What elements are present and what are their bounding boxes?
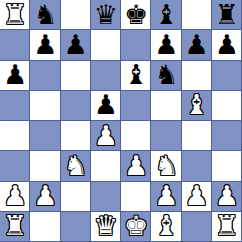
white-knight[interactable]: ♞ [64,152,88,179]
square-c8[interactable] [61,0,91,30]
white-pawn[interactable]: ♟ [154,182,178,209]
square-h2[interactable]: ♟ [212,182,242,212]
square-h1[interactable]: ♜ [212,212,242,242]
square-e5[interactable] [121,91,151,121]
black-knight[interactable]: ♞ [33,1,57,28]
square-f8[interactable]: ♝ [151,0,181,30]
square-g7[interactable]: ♟ [182,30,212,60]
square-f1[interactable]: ♝ [151,212,181,242]
white-bishop[interactable]: ♝ [185,91,209,118]
square-a8[interactable]: ♜ [0,0,30,30]
square-f7[interactable]: ♟ [151,30,181,60]
square-a1[interactable]: ♜ [0,212,30,242]
square-d3[interactable] [91,151,121,181]
white-pawn[interactable]: ♟ [215,182,239,209]
square-a4[interactable] [0,121,30,151]
square-c7[interactable]: ♟ [61,30,91,60]
square-f5[interactable] [151,91,181,121]
white-pawn[interactable]: ♟ [185,182,209,209]
square-g3[interactable] [182,151,212,181]
square-a7[interactable] [0,30,30,60]
black-pawn[interactable]: ♟ [215,31,239,58]
black-pawn[interactable]: ♟ [154,31,178,58]
square-a2[interactable]: ♟ [0,182,30,212]
square-d4[interactable]: ♟ [91,121,121,151]
square-d8[interactable]: ♛ [91,0,121,30]
square-c4[interactable] [61,121,91,151]
square-g5[interactable]: ♝ [182,91,212,121]
square-e6[interactable]: ♝ [121,61,151,91]
square-c1[interactable] [61,212,91,242]
square-e7[interactable] [121,30,151,60]
white-knight[interactable]: ♞ [154,152,178,179]
square-a5[interactable] [0,91,30,121]
square-h7[interactable]: ♟ [212,30,242,60]
square-f2[interactable]: ♟ [151,182,181,212]
square-c6[interactable] [61,61,91,91]
square-e2[interactable] [121,182,151,212]
square-b6[interactable] [30,61,60,91]
black-pawn[interactable]: ♟ [94,91,118,118]
white-bishop[interactable]: ♝ [154,212,178,239]
black-king[interactable]: ♚ [124,1,148,28]
square-b8[interactable]: ♞ [30,0,60,30]
square-h4[interactable] [212,121,242,151]
square-h6[interactable] [212,61,242,91]
square-f3[interactable]: ♞ [151,151,181,181]
square-e1[interactable]: ♚ [121,212,151,242]
square-h3[interactable] [212,151,242,181]
square-a6[interactable]: ♟ [0,61,30,91]
square-e3[interactable]: ♟ [121,151,151,181]
white-rook[interactable]: ♜ [3,1,27,28]
square-d7[interactable] [91,30,121,60]
black-pawn[interactable]: ♟ [185,31,209,58]
white-pawn[interactable]: ♟ [33,182,57,209]
white-pawn[interactable]: ♟ [3,182,27,209]
white-rook[interactable]: ♜ [215,212,239,239]
square-g8[interactable] [182,0,212,30]
white-pawn[interactable]: ♟ [124,152,148,179]
square-h8[interactable]: ♜ [212,0,242,30]
black-pawn[interactable]: ♟ [3,61,27,88]
square-c5[interactable] [61,91,91,121]
black-pawn[interactable]: ♟ [64,31,88,58]
square-b7[interactable]: ♟ [30,30,60,60]
square-b1[interactable] [30,212,60,242]
square-b2[interactable]: ♟ [30,182,60,212]
black-rook[interactable]: ♜ [215,1,239,28]
square-g4[interactable] [182,121,212,151]
square-h5[interactable] [212,91,242,121]
square-g1[interactable] [182,212,212,242]
white-king[interactable]: ♚ [124,212,148,239]
white-rook[interactable]: ♜ [3,212,27,239]
square-f4[interactable] [151,121,181,151]
square-c2[interactable] [61,182,91,212]
square-a3[interactable] [0,151,30,181]
black-queen[interactable]: ♛ [94,1,118,28]
square-d6[interactable] [91,61,121,91]
black-knight[interactable]: ♞ [154,61,178,88]
white-pawn[interactable]: ♟ [94,122,118,149]
square-d2[interactable] [91,182,121,212]
square-d1[interactable]: ♛ [91,212,121,242]
square-f6[interactable]: ♞ [151,61,181,91]
square-e8[interactable]: ♚ [121,0,151,30]
square-e4[interactable] [121,121,151,151]
white-queen[interactable]: ♛ [94,212,118,239]
square-b3[interactable] [30,151,60,181]
chess-board: ♜♞♛♚♝♜♟♟♟♟♟♟♝♞♟♝♟♞♟♞♟♟♟♟♟♜♛♚♝♜ [0,0,242,242]
square-g2[interactable]: ♟ [182,182,212,212]
square-b4[interactable] [30,121,60,151]
square-b5[interactable] [30,91,60,121]
black-pawn[interactable]: ♟ [33,31,57,58]
black-bishop[interactable]: ♝ [154,1,178,28]
black-bishop[interactable]: ♝ [124,61,148,88]
square-d5[interactable]: ♟ [91,91,121,121]
square-c3[interactable]: ♞ [61,151,91,181]
square-g6[interactable] [182,61,212,91]
